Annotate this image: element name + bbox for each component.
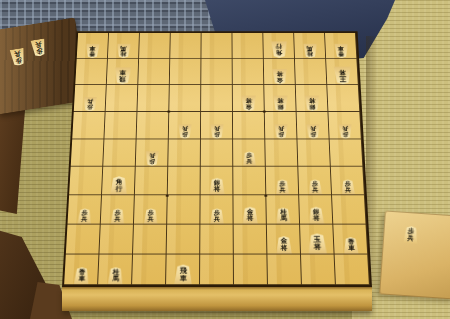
piece-kanji: 兵 [280,187,286,193]
piece-kanji: 兵 [246,159,252,165]
square-6b [170,59,202,85]
piece-gote-歩兵: 歩兵 [83,97,98,111]
piece-sente-歩兵: 歩兵 [242,152,256,167]
piece-kanji: 車 [120,69,127,75]
square-4g: 金将 [233,196,266,225]
square-7e: 歩兵 [136,139,169,167]
sente-komadai: 歩兵 [379,210,450,299]
shogi-photo-scene: 歩兵歩兵 香車桂馬角行桂馬香車飛車金将王将歩兵金将銀将銀将歩兵歩兵歩兵歩兵歩兵歩… [0,0,450,319]
square-9d [72,112,105,139]
square-2a: 桂馬 [294,33,326,59]
piece-sente-歩兵: 歩兵 [77,209,92,224]
piece-kanji: 将 [314,244,322,251]
square-3g: 桂馬 [266,196,300,225]
piece-gote-桂馬: 桂馬 [116,44,131,58]
dark-wood-stand-leg [0,96,28,214]
square-6f [168,167,201,196]
piece-kanji: 兵 [312,187,318,193]
piece-kanji: 兵 [342,125,348,131]
piece-kanji: 車 [338,45,344,50]
piece-kanji: 兵 [149,153,155,159]
square-4c: 金将 [233,85,265,112]
piece-sente-金将: 金将 [275,236,292,253]
piece-kanji: 兵 [407,235,414,242]
piece-kanji: 馬 [307,45,313,50]
piece-gote-桂馬: 桂馬 [303,44,318,58]
piece-kanji: 兵 [214,125,220,131]
square-4f [233,167,266,196]
piece-sente-桂馬: 桂馬 [107,267,124,284]
square-5f: 銀将 [201,167,234,196]
piece-kanji: 行 [115,185,122,192]
piece-kanji: 兵 [14,50,21,58]
piece-kanji: 馬 [280,216,287,222]
square-1d: 歩兵 [328,112,361,139]
piece-kanji: 将 [313,215,320,221]
piece-gote-歩兵: 歩兵 [274,124,289,138]
square-7a [139,33,171,59]
piece-kanji: 車 [90,45,96,50]
piece-kanji: 兵 [345,187,351,193]
square-1g [332,196,366,225]
piece-kanji: 将 [246,97,252,103]
square-3c: 銀将 [264,85,296,112]
piece-gote-香車: 香車 [85,44,100,58]
piece-sente-香車: 香車 [343,237,360,253]
square-9i: 香車 [64,255,99,286]
piece-sente-歩兵: 歩兵 [143,209,158,224]
piece-sente-歩兵: 歩兵 [210,209,225,224]
square-9g: 歩兵 [67,196,101,225]
square-2i [301,255,336,286]
piece-sente-玉将: 玉将 [307,234,327,254]
piece-kanji: 兵 [87,98,93,103]
square-8a: 桂馬 [108,33,140,59]
square-4e: 歩兵 [233,139,266,167]
square-9b [75,59,108,85]
square-3e [265,139,298,167]
piece-kanji: 兵 [35,41,42,49]
square-1e [330,139,364,167]
square-8b: 飛車 [107,59,139,85]
piece-sente-金将: 金将 [242,207,259,224]
piece-sente-香車: 香車 [73,267,90,284]
piece-kanji: 兵 [310,125,316,131]
piece-gote-金将: 金将 [241,95,257,111]
square-6d: 歩兵 [169,112,201,139]
square-6a [170,33,201,59]
piece-sente-歩兵: 歩兵 [403,226,419,244]
shogi-board: 香車桂馬角行桂馬香車飛車金将王将歩兵金将銀将銀将歩兵歩兵歩兵歩兵歩兵歩兵歩兵角行… [62,31,372,287]
piece-sente-歩兵: 歩兵 [308,180,323,195]
square-6g [167,196,200,225]
square-8g: 歩兵 [101,196,135,225]
piece-gote-歩兵: 歩兵 [30,38,47,57]
piece-gote-歩兵: 歩兵 [9,48,26,67]
square-5i [200,255,234,286]
piece-sente-飛車: 飛車 [174,265,193,285]
piece-gote-銀将: 銀将 [272,95,288,111]
square-7d [137,112,170,139]
piece-kanji: 兵 [278,125,284,131]
piece-sente-銀将: 銀将 [209,178,225,195]
piece-kanji: 将 [277,71,283,77]
square-7g: 歩兵 [134,196,168,225]
square-4d [233,112,265,139]
piece-gote-歩兵: 歩兵 [145,152,160,167]
square-2f: 歩兵 [298,167,332,196]
square-5d: 歩兵 [201,112,233,139]
piece-sente-歩兵: 歩兵 [110,209,125,224]
square-1f: 歩兵 [331,167,365,196]
square-8f: 角行 [102,167,136,196]
square-7f [135,167,168,196]
square-5c [201,85,233,112]
square-4i [234,255,268,286]
square-4b [233,59,265,85]
piece-gote-王将: 王将 [333,66,352,84]
square-4h [234,225,268,255]
square-8i: 桂馬 [98,255,133,286]
piece-gote-角行: 角行 [270,41,288,57]
square-4a [232,33,263,59]
square-9e [71,139,105,167]
piece-sente-歩兵: 歩兵 [340,180,355,195]
square-6e [168,139,201,167]
piece-kanji: 車 [78,276,85,283]
square-8c [106,85,139,112]
square-5e [201,139,234,167]
square-5h [200,225,234,255]
square-2h: 玉将 [300,225,335,255]
square-3f: 歩兵 [266,167,299,196]
square-2d: 歩兵 [297,112,330,139]
square-7i [132,255,167,286]
piece-kanji: 兵 [81,216,87,222]
square-3a: 角行 [263,33,295,59]
piece-kanji: 将 [339,69,346,75]
piece-sente-桂馬: 桂馬 [275,208,291,224]
square-7b [138,59,170,85]
square-8e [103,139,136,167]
piece-sente-角行: 角行 [109,176,128,194]
square-9h [66,225,101,255]
square-3b: 金将 [264,59,296,85]
square-5a [201,33,232,59]
piece-sente-銀将: 銀将 [308,207,325,224]
piece-kanji: 将 [277,97,283,103]
square-3d: 歩兵 [265,112,298,139]
square-1b: 王将 [326,59,359,85]
piece-sente-歩兵: 歩兵 [275,180,290,195]
square-7h [133,225,167,255]
piece-kanji: 馬 [121,45,127,50]
square-6i: 飛車 [166,255,200,286]
piece-kanji: 兵 [182,125,188,131]
piece-gote-香車: 香車 [334,44,349,58]
piece-kanji: 将 [214,186,220,192]
square-6h [167,225,201,255]
square-3i [267,255,302,286]
square-8h [99,225,134,255]
square-1h: 香車 [333,225,368,255]
square-3h: 金将 [267,225,301,255]
piece-gote-飛車: 飛車 [114,67,132,84]
piece-kanji: 馬 [112,276,119,283]
square-2b [295,59,327,85]
piece-kanji: 将 [309,97,315,103]
square-8d [104,112,137,139]
square-2c: 銀将 [296,85,329,112]
square-1i [335,255,370,286]
piece-kanji: 行 [276,44,283,50]
piece-gote-歩兵: 歩兵 [178,124,192,138]
piece-gote-銀将: 銀将 [304,95,320,111]
piece-kanji: 歩 [149,159,155,165]
piece-gote-歩兵: 歩兵 [210,124,224,138]
square-9a: 香車 [77,33,109,59]
square-6c [169,85,201,112]
square-9c: 歩兵 [74,85,107,112]
piece-kanji: 兵 [114,216,120,222]
square-1c [327,85,360,112]
square-2e [297,139,330,167]
square-5b [201,59,232,85]
piece-kanji: 兵 [214,216,220,222]
square-2g: 銀将 [299,196,333,225]
piece-gote-歩兵: 歩兵 [306,124,321,138]
piece-kanji: 将 [247,215,254,221]
square-9f [69,167,103,196]
square-5g: 歩兵 [200,196,233,225]
piece-gote-金将: 金将 [272,69,288,84]
piece-kanji: 車 [348,245,355,251]
piece-kanji: 車 [180,274,187,281]
square-7c [137,85,169,112]
piece-gote-歩兵: 歩兵 [338,124,353,138]
square-1a: 香車 [325,33,357,59]
board-front-face [62,287,372,311]
piece-kanji: 将 [281,245,288,252]
piece-kanji: 兵 [148,216,154,222]
piece-kanji: 角 [276,50,283,56]
